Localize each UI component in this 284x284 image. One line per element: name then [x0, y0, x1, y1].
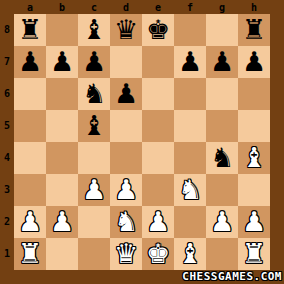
- square-b8[interactable]: [46, 14, 78, 46]
- piece-white-pawn[interactable]: ♟: [110, 174, 142, 206]
- square-e7[interactable]: [142, 46, 174, 78]
- square-a7[interactable]: ♟: [14, 46, 46, 78]
- file-label-e: e: [142, 0, 174, 15]
- square-b3[interactable]: [46, 174, 78, 206]
- file-label-d: d: [110, 0, 142, 15]
- square-f7[interactable]: ♟: [174, 46, 206, 78]
- square-d3[interactable]: ♟: [110, 174, 142, 206]
- piece-black-rook[interactable]: ♜: [238, 14, 270, 46]
- square-a4[interactable]: [14, 142, 46, 174]
- square-g7[interactable]: ♟: [206, 46, 238, 78]
- square-g1[interactable]: [206, 238, 238, 270]
- piece-white-knight[interactable]: ♞: [174, 174, 206, 206]
- piece-black-bishop[interactable]: ♝: [78, 110, 110, 142]
- rank-label-3: 3: [0, 174, 14, 206]
- square-e4[interactable]: [142, 142, 174, 174]
- square-a2[interactable]: ♟: [14, 206, 46, 238]
- square-b4[interactable]: [46, 142, 78, 174]
- piece-black-pawn[interactable]: ♟: [206, 46, 238, 78]
- square-a6[interactable]: [14, 78, 46, 110]
- square-b5[interactable]: [46, 110, 78, 142]
- piece-white-knight[interactable]: ♞: [110, 206, 142, 238]
- square-h1[interactable]: ♜: [238, 238, 270, 270]
- piece-black-knight[interactable]: ♞: [78, 78, 110, 110]
- square-f3[interactable]: ♞: [174, 174, 206, 206]
- piece-white-pawn[interactable]: ♟: [78, 174, 110, 206]
- rank-label-6: 6: [0, 78, 14, 110]
- square-e1[interactable]: ♚: [142, 238, 174, 270]
- square-e2[interactable]: ♟: [142, 206, 174, 238]
- piece-white-pawn[interactable]: ♟: [206, 206, 238, 238]
- piece-black-pawn[interactable]: ♟: [238, 46, 270, 78]
- square-h4[interactable]: ♝: [238, 142, 270, 174]
- square-c3[interactable]: ♟: [78, 174, 110, 206]
- square-f1[interactable]: ♝: [174, 238, 206, 270]
- file-label-f: f: [174, 0, 206, 15]
- square-g5[interactable]: [206, 110, 238, 142]
- piece-black-knight[interactable]: ♞: [206, 142, 238, 174]
- piece-black-rook[interactable]: ♜: [14, 14, 46, 46]
- rank-label-5: 5: [0, 110, 14, 142]
- square-c1[interactable]: [78, 238, 110, 270]
- rank-label-8: 8: [0, 14, 14, 46]
- file-label-g: g: [206, 0, 238, 15]
- file-labels: abcdefgh: [14, 0, 270, 14]
- square-a8[interactable]: ♜: [14, 14, 46, 46]
- piece-black-king[interactable]: ♚: [142, 14, 174, 46]
- square-h8[interactable]: ♜: [238, 14, 270, 46]
- square-d2[interactable]: ♞: [110, 206, 142, 238]
- piece-white-rook[interactable]: ♜: [238, 238, 270, 270]
- square-g4[interactable]: ♞: [206, 142, 238, 174]
- square-g6[interactable]: [206, 78, 238, 110]
- rank-label-1: 1: [0, 238, 14, 270]
- piece-white-bishop[interactable]: ♝: [174, 238, 206, 270]
- piece-black-pawn[interactable]: ♟: [174, 46, 206, 78]
- square-f4[interactable]: [174, 142, 206, 174]
- square-a3[interactable]: [14, 174, 46, 206]
- chess-board-frame: abcdefgh 87654321 ♜♝♛♚♜♟♟♟♟♟♟♞♟♝♞♝♟♟♞♟♟♞…: [0, 0, 284, 284]
- square-g8[interactable]: [206, 14, 238, 46]
- piece-white-rook[interactable]: ♜: [14, 238, 46, 270]
- square-c6[interactable]: ♞: [78, 78, 110, 110]
- square-f2[interactable]: [174, 206, 206, 238]
- square-h3[interactable]: [238, 174, 270, 206]
- piece-white-king[interactable]: ♚: [142, 238, 174, 270]
- square-g3[interactable]: [206, 174, 238, 206]
- square-d1[interactable]: ♛: [110, 238, 142, 270]
- square-e8[interactable]: ♚: [142, 14, 174, 46]
- square-e5[interactable]: [142, 110, 174, 142]
- square-b6[interactable]: [46, 78, 78, 110]
- piece-black-pawn[interactable]: ♟: [14, 46, 46, 78]
- square-f8[interactable]: [174, 14, 206, 46]
- square-d6[interactable]: ♟: [110, 78, 142, 110]
- piece-black-queen[interactable]: ♛: [110, 14, 142, 46]
- rank-label-4: 4: [0, 142, 14, 174]
- chess-board: ♜♝♛♚♜♟♟♟♟♟♟♞♟♝♞♝♟♟♞♟♟♞♟♟♟♜♛♚♝♜: [14, 14, 270, 270]
- rank-label-2: 2: [0, 206, 14, 238]
- piece-white-pawn[interactable]: ♟: [46, 206, 78, 238]
- square-b2[interactable]: ♟: [46, 206, 78, 238]
- square-c2[interactable]: [78, 206, 110, 238]
- square-h7[interactable]: ♟: [238, 46, 270, 78]
- square-d8[interactable]: ♛: [110, 14, 142, 46]
- piece-white-pawn[interactable]: ♟: [14, 206, 46, 238]
- square-f6[interactable]: [174, 78, 206, 110]
- square-g2[interactable]: ♟: [206, 206, 238, 238]
- piece-black-bishop[interactable]: ♝: [78, 14, 110, 46]
- square-c7[interactable]: ♟: [78, 46, 110, 78]
- square-a5[interactable]: [14, 110, 46, 142]
- square-b1[interactable]: [46, 238, 78, 270]
- file-label-b: b: [46, 0, 78, 15]
- rank-label-7: 7: [0, 46, 14, 78]
- square-e3[interactable]: [142, 174, 174, 206]
- piece-black-pawn[interactable]: ♟: [78, 46, 110, 78]
- piece-white-queen[interactable]: ♛: [110, 238, 142, 270]
- file-label-h: h: [238, 0, 270, 15]
- square-c4[interactable]: [78, 142, 110, 174]
- piece-white-bishop[interactable]: ♝: [238, 142, 270, 174]
- file-label-a: a: [14, 0, 46, 15]
- piece-black-pawn[interactable]: ♟: [46, 46, 78, 78]
- watermark: CHESSGAMES.COM: [182, 270, 282, 283]
- square-c5[interactable]: ♝: [78, 110, 110, 142]
- file-label-c: c: [78, 0, 110, 15]
- square-b7[interactable]: ♟: [46, 46, 78, 78]
- piece-black-pawn[interactable]: ♟: [110, 78, 142, 110]
- square-f5[interactable]: [174, 110, 206, 142]
- piece-white-pawn[interactable]: ♟: [142, 206, 174, 238]
- square-c8[interactable]: ♝: [78, 14, 110, 46]
- square-h6[interactable]: [238, 78, 270, 110]
- piece-white-pawn[interactable]: ♟: [238, 206, 270, 238]
- square-d4[interactable]: [110, 142, 142, 174]
- square-e6[interactable]: [142, 78, 174, 110]
- square-h5[interactable]: [238, 110, 270, 142]
- square-d5[interactable]: [110, 110, 142, 142]
- square-h2[interactable]: ♟: [238, 206, 270, 238]
- square-a1[interactable]: ♜: [14, 238, 46, 270]
- square-d7[interactable]: [110, 46, 142, 78]
- rank-labels: 87654321: [0, 14, 14, 270]
